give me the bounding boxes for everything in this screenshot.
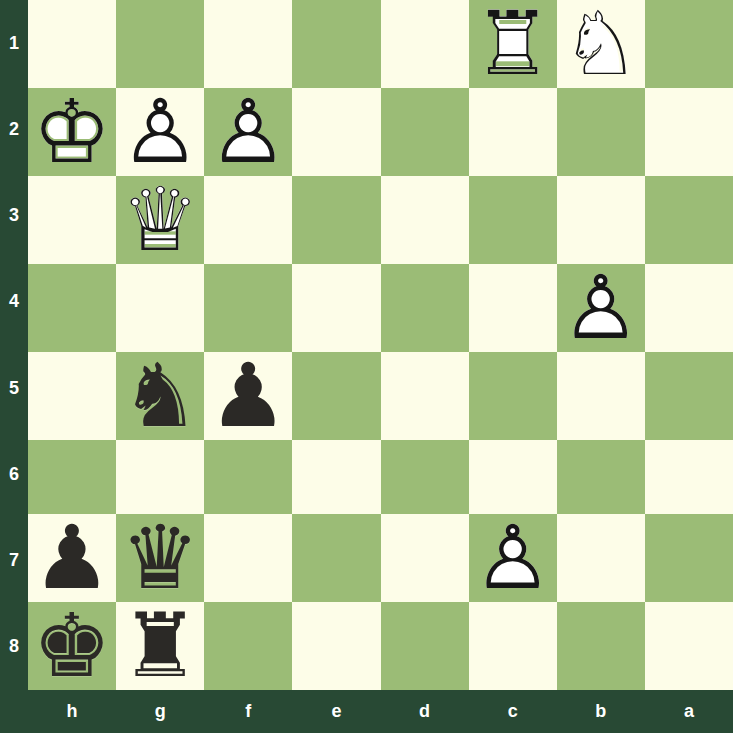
black-knight-glyph: ♞ [121,352,200,440]
square-h3[interactable] [28,176,116,264]
black-rook-g8[interactable]: ♜ [116,602,204,690]
file-label-h: h [28,690,116,733]
square-h6[interactable] [28,440,116,514]
white-king-outline-glyph: ♔ [33,88,112,176]
square-h4[interactable] [28,264,116,352]
square-d6[interactable] [381,440,469,514]
black-queen-g7[interactable]: ♛ [116,514,204,602]
square-c8[interactable] [469,602,557,690]
square-h2[interactable]: ♚♔ [28,88,116,176]
square-a7[interactable] [645,514,733,602]
black-pawn-glyph: ♟ [33,514,112,602]
chess-board-frame: 12345678 ♜♖♞♘♚♔♟♙♟♙♛♕♟♙♞♟♟♛♟♙♚♜ hgfedcba [0,0,733,733]
square-d5[interactable] [381,352,469,440]
square-h8[interactable]: ♚ [28,602,116,690]
square-f2[interactable]: ♟♙ [204,88,292,176]
square-d8[interactable] [381,602,469,690]
white-knight-b1[interactable]: ♞♘ [557,0,645,88]
white-rook-c1[interactable]: ♜♖ [469,0,557,88]
square-f1[interactable] [204,0,292,88]
square-b2[interactable] [557,88,645,176]
square-g6[interactable] [116,440,204,514]
file-label-e: e [292,690,380,733]
square-f8[interactable] [204,602,292,690]
rank-label-4: 4 [0,259,28,345]
rank-label-5: 5 [0,345,28,431]
square-f4[interactable] [204,264,292,352]
square-c4[interactable] [469,264,557,352]
square-f7[interactable] [204,514,292,602]
square-g7[interactable]: ♛ [116,514,204,602]
black-knight-g5[interactable]: ♞ [116,352,204,440]
square-h7[interactable]: ♟ [28,514,116,602]
square-e1[interactable] [292,0,380,88]
square-f6[interactable] [204,440,292,514]
black-pawn-glyph: ♟ [209,352,288,440]
square-d3[interactable] [381,176,469,264]
square-d1[interactable] [381,0,469,88]
file-label-a: a [645,690,733,733]
square-c7[interactable]: ♟♙ [469,514,557,602]
rank-label-6: 6 [0,431,28,517]
white-pawn-g2[interactable]: ♟♙ [116,88,204,176]
square-e8[interactable] [292,602,380,690]
rank-label-7: 7 [0,518,28,604]
white-pawn-b4[interactable]: ♟♙ [557,264,645,352]
file-label-g: g [116,690,204,733]
white-queen-outline-glyph: ♕ [121,176,200,264]
square-a8[interactable] [645,602,733,690]
rank-label-2: 2 [0,86,28,172]
square-a5[interactable] [645,352,733,440]
file-label-c: c [469,690,557,733]
rank-label-3: 3 [0,173,28,259]
square-b4[interactable]: ♟♙ [557,264,645,352]
square-h5[interactable] [28,352,116,440]
square-e7[interactable] [292,514,380,602]
square-a4[interactable] [645,264,733,352]
square-e4[interactable] [292,264,380,352]
square-e2[interactable] [292,88,380,176]
rank-label-1: 1 [0,0,28,86]
square-b8[interactable] [557,602,645,690]
white-knight-outline-glyph: ♘ [561,0,640,88]
square-b1[interactable]: ♞♘ [557,0,645,88]
square-b6[interactable] [557,440,645,514]
square-g2[interactable]: ♟♙ [116,88,204,176]
white-rook-outline-glyph: ♖ [473,0,552,88]
square-b3[interactable] [557,176,645,264]
square-g3[interactable]: ♛♕ [116,176,204,264]
white-king-h2[interactable]: ♚♔ [28,88,116,176]
square-d4[interactable] [381,264,469,352]
rank-label-8: 8 [0,604,28,690]
black-king-glyph: ♚ [33,602,112,690]
square-a6[interactable] [645,440,733,514]
square-d2[interactable] [381,88,469,176]
white-pawn-outline-glyph: ♙ [473,514,552,602]
square-c3[interactable] [469,176,557,264]
square-g5[interactable]: ♞ [116,352,204,440]
square-g4[interactable] [116,264,204,352]
white-pawn-c7[interactable]: ♟♙ [469,514,557,602]
white-pawn-outline-glyph: ♙ [209,88,288,176]
black-king-h8[interactable]: ♚ [28,602,116,690]
square-a2[interactable] [645,88,733,176]
black-rook-glyph: ♜ [121,602,200,690]
white-queen-g3[interactable]: ♛♕ [116,176,204,264]
white-pawn-f2[interactable]: ♟♙ [204,88,292,176]
square-g1[interactable] [116,0,204,88]
file-label-d: d [381,690,469,733]
file-label-b: b [557,690,645,733]
square-f5[interactable]: ♟ [204,352,292,440]
square-c1[interactable]: ♜♖ [469,0,557,88]
black-queen-glyph: ♛ [121,514,200,602]
square-h1[interactable] [28,0,116,88]
black-pawn-h7[interactable]: ♟ [28,514,116,602]
square-f3[interactable] [204,176,292,264]
chess-board: ♜♖♞♘♚♔♟♙♟♙♛♕♟♙♞♟♟♛♟♙♚♜ [28,0,733,690]
black-pawn-f5[interactable]: ♟ [204,352,292,440]
square-e5[interactable] [292,352,380,440]
square-e3[interactable] [292,176,380,264]
square-a3[interactable] [645,176,733,264]
square-a1[interactable] [645,0,733,88]
white-pawn-outline-glyph: ♙ [561,264,640,352]
white-pawn-outline-glyph: ♙ [121,88,200,176]
square-e6[interactable] [292,440,380,514]
square-b5[interactable] [557,352,645,440]
square-c6[interactable] [469,440,557,514]
square-g8[interactable]: ♜ [116,602,204,690]
square-d7[interactable] [381,514,469,602]
rank-labels: 12345678 [0,0,28,690]
square-c2[interactable] [469,88,557,176]
square-c5[interactable] [469,352,557,440]
file-labels: hgfedcba [28,690,733,733]
file-label-f: f [204,690,292,733]
square-b7[interactable] [557,514,645,602]
